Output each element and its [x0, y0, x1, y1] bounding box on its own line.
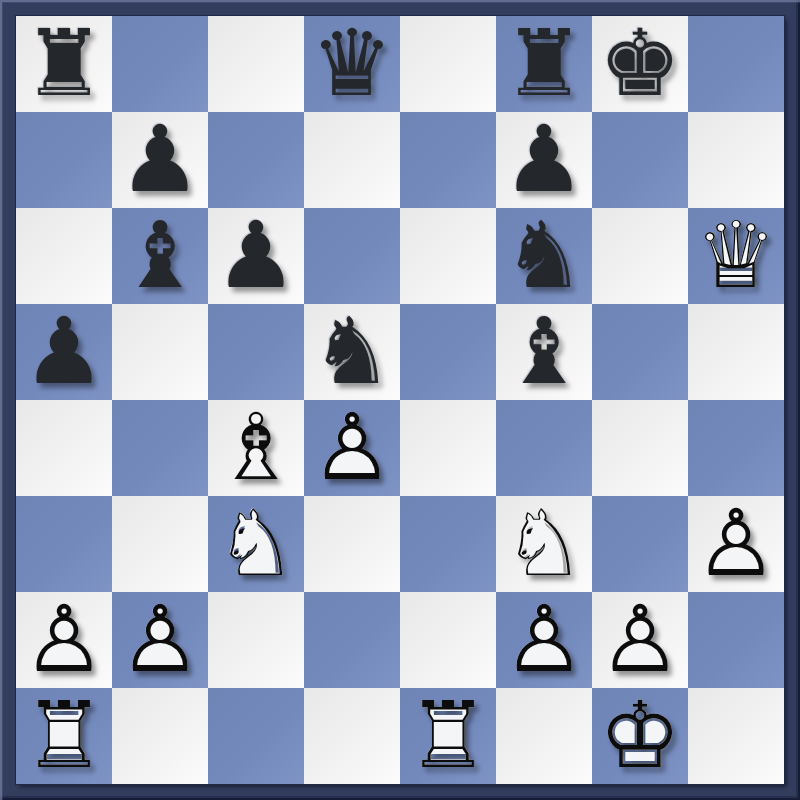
piece-black-knight[interactable]: ♞ [304, 304, 400, 400]
square-f6[interactable]: ♞ [496, 208, 592, 304]
piece-white-pawn[interactable]: ♟♙ [688, 496, 784, 592]
piece-black-pawn[interactable]: ♟ [112, 112, 208, 208]
board-frame: ♜♛♜♚♟♟♝♟♞♛♕♟♞♝♝♗♟♙♞♘♞♘♟♙♟♙♟♙♟♙♟♙♜♖♜♖♚♔ [0, 0, 800, 800]
square-e6[interactable] [400, 208, 496, 304]
king-outline-glyph: ♔ [592, 688, 688, 784]
pawn-outline-glyph: ♙ [16, 592, 112, 688]
knight-glyph: ♞ [496, 208, 592, 304]
piece-black-pawn[interactable]: ♟ [496, 112, 592, 208]
square-f7[interactable]: ♟ [496, 112, 592, 208]
square-f3[interactable]: ♞♘ [496, 496, 592, 592]
square-g5[interactable] [592, 304, 688, 400]
square-c6[interactable]: ♟ [208, 208, 304, 304]
square-e5[interactable] [400, 304, 496, 400]
square-a1[interactable]: ♜♖ [16, 688, 112, 784]
knight-outline-glyph: ♘ [208, 496, 304, 592]
piece-white-rook[interactable]: ♜♖ [400, 688, 496, 784]
piece-black-bishop[interactable]: ♝ [496, 304, 592, 400]
knight-glyph: ♞ [304, 304, 400, 400]
square-h7[interactable] [688, 112, 784, 208]
square-c1[interactable] [208, 688, 304, 784]
square-g3[interactable] [592, 496, 688, 592]
square-a3[interactable] [16, 496, 112, 592]
square-d6[interactable] [304, 208, 400, 304]
square-f2[interactable]: ♟♙ [496, 592, 592, 688]
piece-white-knight[interactable]: ♞♘ [496, 496, 592, 592]
rook-outline-glyph: ♖ [400, 688, 496, 784]
square-h2[interactable] [688, 592, 784, 688]
pawn-outline-glyph: ♙ [496, 592, 592, 688]
square-e7[interactable] [400, 112, 496, 208]
square-d8[interactable]: ♛ [304, 16, 400, 112]
square-f8[interactable]: ♜ [496, 16, 592, 112]
square-h1[interactable] [688, 688, 784, 784]
piece-black-king[interactable]: ♚ [592, 16, 688, 112]
square-d5[interactable]: ♞ [304, 304, 400, 400]
square-g7[interactable] [592, 112, 688, 208]
king-glyph: ♚ [592, 16, 688, 112]
piece-white-bishop[interactable]: ♝♗ [208, 400, 304, 496]
square-c8[interactable] [208, 16, 304, 112]
rook-glyph: ♜ [16, 16, 112, 112]
piece-white-pawn[interactable]: ♟♙ [112, 592, 208, 688]
square-b2[interactable]: ♟♙ [112, 592, 208, 688]
square-c2[interactable] [208, 592, 304, 688]
square-d1[interactable] [304, 688, 400, 784]
bishop-glyph: ♝ [112, 208, 208, 304]
square-e3[interactable] [400, 496, 496, 592]
square-d2[interactable] [304, 592, 400, 688]
square-c3[interactable]: ♞♘ [208, 496, 304, 592]
chess-board: ♜♛♜♚♟♟♝♟♞♛♕♟♞♝♝♗♟♙♞♘♞♘♟♙♟♙♟♙♟♙♟♙♜♖♜♖♚♔ [16, 16, 784, 784]
square-e8[interactable] [400, 16, 496, 112]
square-c4[interactable]: ♝♗ [208, 400, 304, 496]
square-g4[interactable] [592, 400, 688, 496]
square-h5[interactable] [688, 304, 784, 400]
square-g6[interactable] [592, 208, 688, 304]
piece-black-bishop[interactable]: ♝ [112, 208, 208, 304]
pawn-glyph: ♟ [16, 304, 112, 400]
square-b8[interactable] [112, 16, 208, 112]
pawn-glyph: ♟ [496, 112, 592, 208]
square-g8[interactable]: ♚ [592, 16, 688, 112]
queen-glyph: ♛ [304, 16, 400, 112]
square-b7[interactable]: ♟ [112, 112, 208, 208]
square-b6[interactable]: ♝ [112, 208, 208, 304]
square-c5[interactable] [208, 304, 304, 400]
square-e4[interactable] [400, 400, 496, 496]
piece-white-king[interactable]: ♚♔ [592, 688, 688, 784]
square-d4[interactable]: ♟♙ [304, 400, 400, 496]
square-e2[interactable] [400, 592, 496, 688]
square-a6[interactable] [16, 208, 112, 304]
pawn-glyph: ♟ [112, 112, 208, 208]
piece-black-queen[interactable]: ♛ [304, 16, 400, 112]
rook-outline-glyph: ♖ [16, 688, 112, 784]
square-f1[interactable] [496, 688, 592, 784]
square-f5[interactable]: ♝ [496, 304, 592, 400]
piece-white-rook[interactable]: ♜♖ [16, 688, 112, 784]
square-c7[interactable] [208, 112, 304, 208]
piece-white-queen[interactable]: ♛♕ [688, 208, 784, 304]
square-h8[interactable] [688, 16, 784, 112]
piece-black-knight[interactable]: ♞ [496, 208, 592, 304]
piece-white-knight[interactable]: ♞♘ [208, 496, 304, 592]
queen-outline-glyph: ♕ [688, 208, 784, 304]
piece-white-pawn[interactable]: ♟♙ [304, 400, 400, 496]
piece-white-pawn[interactable]: ♟♙ [16, 592, 112, 688]
square-a8[interactable]: ♜ [16, 16, 112, 112]
square-a2[interactable]: ♟♙ [16, 592, 112, 688]
rook-glyph: ♜ [496, 16, 592, 112]
piece-white-pawn[interactable]: ♟♙ [592, 592, 688, 688]
square-b1[interactable] [112, 688, 208, 784]
square-h4[interactable] [688, 400, 784, 496]
pawn-outline-glyph: ♙ [112, 592, 208, 688]
square-a4[interactable] [16, 400, 112, 496]
pawn-outline-glyph: ♙ [688, 496, 784, 592]
pawn-outline-glyph: ♙ [592, 592, 688, 688]
square-e1[interactable]: ♜♖ [400, 688, 496, 784]
square-a5[interactable]: ♟ [16, 304, 112, 400]
square-h6[interactable]: ♛♕ [688, 208, 784, 304]
piece-black-pawn[interactable]: ♟ [16, 304, 112, 400]
bishop-glyph: ♝ [496, 304, 592, 400]
piece-black-pawn[interactable]: ♟ [208, 208, 304, 304]
square-d7[interactable] [304, 112, 400, 208]
square-f4[interactable] [496, 400, 592, 496]
piece-white-pawn[interactable]: ♟♙ [496, 592, 592, 688]
square-b5[interactable] [112, 304, 208, 400]
square-g1[interactable]: ♚♔ [592, 688, 688, 784]
square-b3[interactable] [112, 496, 208, 592]
pawn-glyph: ♟ [208, 208, 304, 304]
piece-black-rook[interactable]: ♜ [496, 16, 592, 112]
square-a7[interactable] [16, 112, 112, 208]
square-d3[interactable] [304, 496, 400, 592]
knight-outline-glyph: ♘ [496, 496, 592, 592]
square-h3[interactable]: ♟♙ [688, 496, 784, 592]
bishop-outline-glyph: ♗ [208, 400, 304, 496]
piece-black-rook[interactable]: ♜ [16, 16, 112, 112]
square-g2[interactable]: ♟♙ [592, 592, 688, 688]
pawn-outline-glyph: ♙ [304, 400, 400, 496]
square-b4[interactable] [112, 400, 208, 496]
